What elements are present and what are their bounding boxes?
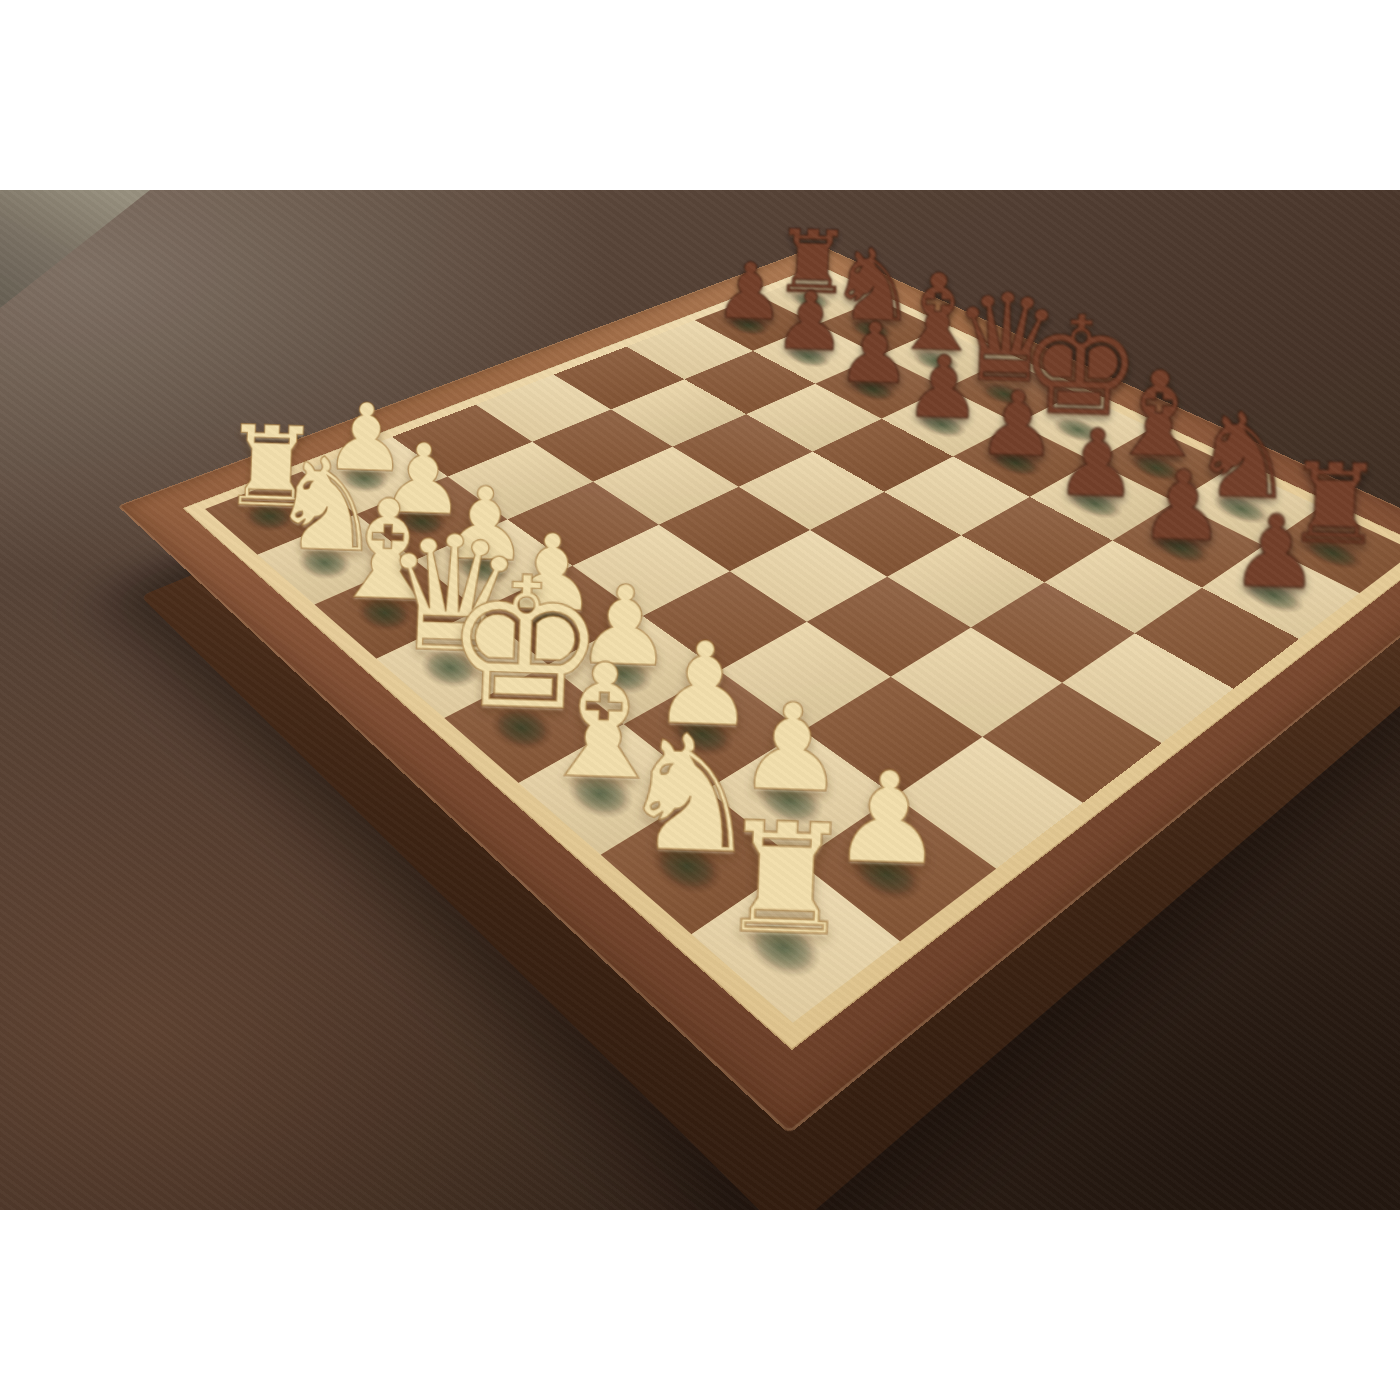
scene-tilt: ♜♞♝♛♚♝♞♜♟♟♟♟♟♟♟♟♟♟♟♟♟♟♟♟♜♞♝♛♚♝♞♜ [0,190,1400,1210]
top-margin [0,0,1400,190]
photo-backdrop: ♜♞♝♛♚♝♞♜♟♟♟♟♟♟♟♟♟♟♟♟♟♟♟♟♜♞♝♛♚♝♞♜ [0,190,1400,1210]
white-rook-icon: ♜ [714,801,856,958]
board-border-strip: ♜♞♝♛♚♝♞♜♟♟♟♟♟♟♟♟♟♟♟♟♟♟♟♟♜♞♝♛♚♝♞♜ [182,265,1400,1050]
square-d4[interactable] [659,487,810,571]
black-pawn-icon: ♟ [903,343,983,432]
black-pawn-icon: ♟ [975,378,1058,470]
product-photo: ♜♞♝♛♚♝♞♜♟♟♟♟♟♟♟♟♟♟♟♟♟♟♟♟♜♞♝♛♚♝♞♜ [0,0,1400,1400]
black-pawn-icon: ♟ [772,280,847,363]
black-pawn-icon: ♟ [1053,416,1139,512]
black-pawn-icon: ♟ [1228,500,1321,603]
board-grid: ♜♞♝♛♚♝♞♜♟♟♟♟♟♟♟♟♟♟♟♟♟♟♟♟♜♞♝♛♚♝♞♜ [205,272,1400,1022]
black-pawn-icon: ♟ [835,310,913,396]
bottom-margin [0,1210,1400,1400]
black-pawn-icon: ♟ [1137,456,1227,555]
scene: ♜♞♝♛♚♝♞♜♟♟♟♟♟♟♟♟♟♟♟♟♟♟♟♟♜♞♝♛♚♝♞♜ [0,190,1400,1210]
